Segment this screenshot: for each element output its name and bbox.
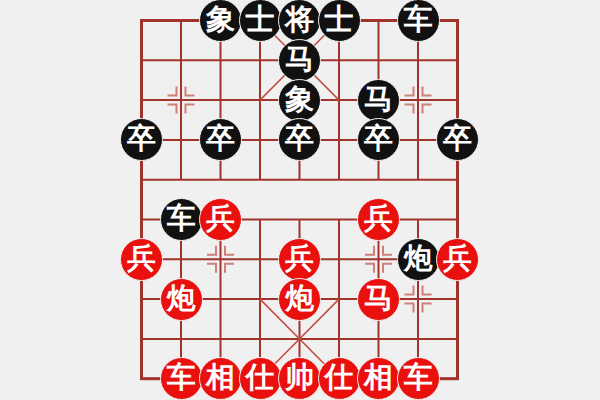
piece-glyph: 卒 <box>285 124 314 153</box>
piece-black-soldier[interactable]: 卒 <box>199 118 242 161</box>
piece-black-horse[interactable]: 马 <box>357 79 400 122</box>
piece-black-cannon[interactable]: 炮 <box>397 238 440 281</box>
piece-glyph: 士 <box>325 5 354 34</box>
piece-black-elephant[interactable]: 象 <box>199 0 242 42</box>
piece-glyph: 士 <box>246 5 275 34</box>
piece-glyph: 马 <box>364 284 393 313</box>
piece-black-soldier[interactable]: 卒 <box>357 118 400 161</box>
xiangqi-board: 象士将士车马象马卒卒卒卒卒车炮兵兵兵兵兵炮炮马车相仕帅仕相车 <box>0 0 600 400</box>
piece-black-soldier[interactable]: 卒 <box>120 118 163 161</box>
piece-red-chariot[interactable]: 车 <box>397 357 440 400</box>
piece-glyph: 卒 <box>364 124 393 153</box>
piece-red-cannon[interactable]: 炮 <box>278 278 321 321</box>
piece-black-horse[interactable]: 马 <box>278 39 321 82</box>
piece-glyph: 炮 <box>167 284 196 313</box>
piece-glyph: 兵 <box>364 204 393 233</box>
piece-glyph: 炮 <box>285 284 314 313</box>
piece-black-chariot[interactable]: 车 <box>397 0 440 42</box>
piece-glyph: 卒 <box>443 124 472 153</box>
piece-glyph: 车 <box>404 363 433 392</box>
piece-black-general[interactable]: 将 <box>278 0 321 42</box>
pieces-layer: 象士将士车马象马卒卒卒卒卒车炮兵兵兵兵兵炮炮马车相仕帅仕相车 <box>0 0 600 400</box>
piece-red-advisor[interactable]: 仕 <box>318 357 361 400</box>
piece-red-soldier[interactable]: 兵 <box>436 238 479 281</box>
piece-red-soldier[interactable]: 兵 <box>199 198 242 241</box>
piece-red-elephant[interactable]: 相 <box>199 357 242 400</box>
piece-glyph: 车 <box>167 363 196 392</box>
piece-black-elephant[interactable]: 象 <box>278 79 321 122</box>
piece-glyph: 帅 <box>285 363 314 392</box>
piece-black-advisor[interactable]: 士 <box>239 0 282 42</box>
piece-red-horse[interactable]: 马 <box>357 278 400 321</box>
piece-red-chariot[interactable]: 车 <box>160 357 203 400</box>
piece-black-chariot[interactable]: 车 <box>160 198 203 241</box>
piece-glyph: 相 <box>364 363 393 392</box>
piece-glyph: 车 <box>404 5 433 34</box>
piece-red-elephant[interactable]: 相 <box>357 357 400 400</box>
piece-red-soldier[interactable]: 兵 <box>278 238 321 281</box>
piece-glyph: 仕 <box>246 363 275 392</box>
piece-glyph: 卒 <box>206 124 235 153</box>
piece-glyph: 象 <box>285 85 314 114</box>
piece-red-general[interactable]: 帅 <box>278 357 321 400</box>
piece-glyph: 兵 <box>285 244 314 273</box>
piece-glyph: 马 <box>285 45 314 74</box>
piece-black-soldier[interactable]: 卒 <box>278 118 321 161</box>
piece-glyph: 马 <box>364 85 393 114</box>
piece-red-soldier[interactable]: 兵 <box>120 238 163 281</box>
piece-glyph: 兵 <box>127 244 156 273</box>
piece-red-soldier[interactable]: 兵 <box>357 198 400 241</box>
piece-glyph: 卒 <box>127 124 156 153</box>
piece-red-cannon[interactable]: 炮 <box>160 278 203 321</box>
piece-glyph: 相 <box>206 363 235 392</box>
piece-glyph: 象 <box>206 5 235 34</box>
piece-black-advisor[interactable]: 士 <box>318 0 361 42</box>
piece-glyph: 兵 <box>443 244 472 273</box>
piece-glyph: 仕 <box>325 363 354 392</box>
piece-glyph: 车 <box>167 204 196 233</box>
piece-glyph: 兵 <box>206 204 235 233</box>
piece-glyph: 将 <box>285 5 314 34</box>
piece-glyph: 炮 <box>404 244 433 273</box>
piece-red-advisor[interactable]: 仕 <box>239 357 282 400</box>
piece-black-soldier[interactable]: 卒 <box>436 118 479 161</box>
